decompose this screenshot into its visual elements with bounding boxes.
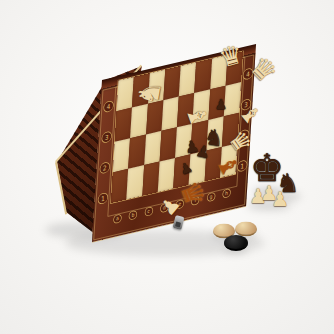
table-piece-light-pawn: ♟	[271, 189, 289, 209]
product-photo-scene: 44332211abcdefgh ♞♛♛♝♟♞♛♝♟♟♟♝♛♟♚♞♟♟♟	[0, 0, 334, 334]
draughts-disc-black	[224, 235, 248, 251]
board-piece-light-knight: ♞	[134, 78, 166, 108]
board-piece-dark-pawn: ♟	[215, 97, 228, 111]
